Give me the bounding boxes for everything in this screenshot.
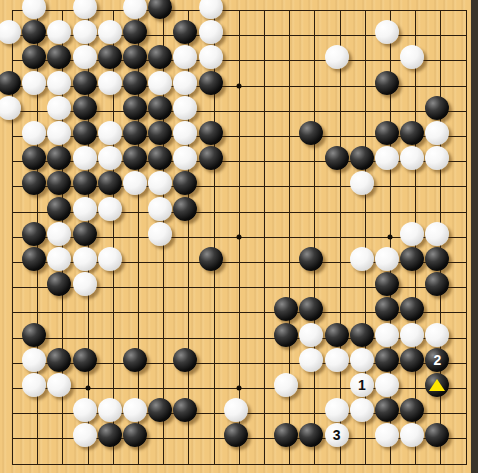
stone-white[interactable] bbox=[375, 146, 399, 170]
stone-white[interactable] bbox=[123, 0, 147, 19]
grid-line-horizontal bbox=[12, 464, 467, 465]
stone-white[interactable] bbox=[0, 96, 21, 120]
stone-white[interactable] bbox=[173, 96, 197, 120]
stone-white[interactable] bbox=[400, 323, 424, 347]
stone-white[interactable] bbox=[148, 71, 172, 95]
stone-white[interactable] bbox=[98, 398, 122, 422]
stone-white[interactable] bbox=[375, 323, 399, 347]
stone-white[interactable] bbox=[98, 71, 122, 95]
stone-white[interactable] bbox=[299, 323, 323, 347]
board-right-border bbox=[471, 0, 478, 473]
stone-black[interactable] bbox=[22, 45, 46, 69]
stone-white[interactable] bbox=[0, 20, 21, 44]
move-number-label: 1 bbox=[358, 378, 366, 392]
stone-white[interactable] bbox=[73, 20, 97, 44]
stone-black[interactable] bbox=[274, 423, 298, 447]
stone-black[interactable] bbox=[375, 71, 399, 95]
stone-white[interactable] bbox=[274, 373, 298, 397]
stone-black[interactable] bbox=[375, 348, 399, 372]
stone-black[interactable] bbox=[325, 323, 349, 347]
stone-black[interactable] bbox=[148, 146, 172, 170]
stone-white[interactable] bbox=[299, 348, 323, 372]
move-number-label: 3 bbox=[333, 428, 341, 442]
stone-black[interactable] bbox=[425, 247, 449, 271]
grid-line-vertical bbox=[314, 10, 315, 465]
stone-white[interactable] bbox=[375, 373, 399, 397]
stone-white[interactable] bbox=[400, 222, 424, 246]
stone-white[interactable] bbox=[98, 146, 122, 170]
stone-white[interactable] bbox=[350, 398, 374, 422]
stone-black[interactable] bbox=[400, 121, 424, 145]
stone-black[interactable] bbox=[173, 398, 197, 422]
stone-black[interactable] bbox=[148, 121, 172, 145]
stone-black[interactable] bbox=[173, 171, 197, 195]
stone-black[interactable] bbox=[274, 323, 298, 347]
stone-black[interactable] bbox=[425, 96, 449, 120]
stone-black[interactable] bbox=[123, 348, 147, 372]
stone-white[interactable] bbox=[73, 197, 97, 221]
stone-white[interactable] bbox=[73, 272, 97, 296]
stone-white[interactable] bbox=[199, 20, 223, 44]
stone-black[interactable] bbox=[299, 247, 323, 271]
stone-white[interactable] bbox=[148, 222, 172, 246]
stone-black[interactable] bbox=[425, 373, 449, 397]
stone-black[interactable] bbox=[400, 348, 424, 372]
stone-black[interactable] bbox=[425, 423, 449, 447]
stone-black[interactable] bbox=[0, 71, 21, 95]
stone-white[interactable] bbox=[73, 247, 97, 271]
stone-black[interactable] bbox=[47, 171, 71, 195]
stone-black[interactable] bbox=[73, 171, 97, 195]
grid-line-vertical bbox=[264, 10, 265, 465]
stone-black[interactable] bbox=[22, 146, 46, 170]
stone-white[interactable] bbox=[325, 398, 349, 422]
stone-white[interactable] bbox=[73, 423, 97, 447]
stone-black[interactable] bbox=[123, 71, 147, 95]
stone-black[interactable] bbox=[274, 297, 298, 321]
grid-line-vertical bbox=[340, 10, 341, 465]
stone-black[interactable] bbox=[47, 45, 71, 69]
stone-black[interactable] bbox=[73, 96, 97, 120]
star-point bbox=[236, 386, 241, 391]
stone-black[interactable] bbox=[299, 297, 323, 321]
stone-black[interactable] bbox=[173, 20, 197, 44]
stone-white[interactable] bbox=[350, 247, 374, 271]
stone-black[interactable] bbox=[350, 146, 374, 170]
stone-white[interactable] bbox=[47, 96, 71, 120]
stone-black[interactable] bbox=[47, 348, 71, 372]
stone-white[interactable] bbox=[47, 247, 71, 271]
stone-white[interactable] bbox=[47, 121, 71, 145]
stone-black[interactable] bbox=[400, 297, 424, 321]
stone-white[interactable] bbox=[173, 45, 197, 69]
stone-white[interactable] bbox=[400, 423, 424, 447]
stone-black[interactable] bbox=[148, 0, 172, 19]
stone-black[interactable] bbox=[123, 146, 147, 170]
stone-white[interactable] bbox=[425, 323, 449, 347]
stone-black[interactable] bbox=[173, 348, 197, 372]
stone-black[interactable] bbox=[123, 20, 147, 44]
stone-white[interactable] bbox=[47, 222, 71, 246]
stone-white[interactable] bbox=[22, 121, 46, 145]
stone-black[interactable] bbox=[73, 222, 97, 246]
stone-black[interactable] bbox=[375, 297, 399, 321]
stone-black[interactable] bbox=[47, 146, 71, 170]
stone-white[interactable] bbox=[73, 0, 97, 19]
stone-black[interactable] bbox=[98, 423, 122, 447]
stone-black[interactable] bbox=[199, 71, 223, 95]
stone-black[interactable] bbox=[123, 423, 147, 447]
stone-black[interactable] bbox=[98, 45, 122, 69]
stone-black[interactable] bbox=[425, 272, 449, 296]
grid-line-vertical bbox=[466, 10, 467, 465]
stone-white[interactable]: 3 bbox=[325, 423, 349, 447]
move-number-label: 2 bbox=[433, 353, 441, 367]
stone-white[interactable] bbox=[350, 348, 374, 372]
stone-white[interactable] bbox=[47, 71, 71, 95]
stone-black[interactable] bbox=[123, 121, 147, 145]
stone-black[interactable] bbox=[22, 20, 46, 44]
stone-black[interactable] bbox=[22, 323, 46, 347]
star-point bbox=[236, 83, 241, 88]
stone-black[interactable] bbox=[400, 247, 424, 271]
star-point bbox=[236, 234, 241, 239]
stone-white[interactable] bbox=[73, 146, 97, 170]
stone-black[interactable] bbox=[73, 121, 97, 145]
stone-white[interactable] bbox=[375, 247, 399, 271]
stone-white[interactable] bbox=[325, 348, 349, 372]
stone-white[interactable] bbox=[148, 197, 172, 221]
stone-white[interactable] bbox=[73, 45, 97, 69]
stone-black[interactable] bbox=[22, 222, 46, 246]
stone-black[interactable] bbox=[299, 423, 323, 447]
stone-white[interactable] bbox=[123, 398, 147, 422]
stone-white[interactable] bbox=[98, 197, 122, 221]
stone-black[interactable] bbox=[400, 398, 424, 422]
stone-white[interactable] bbox=[22, 373, 46, 397]
stone-white[interactable] bbox=[173, 146, 197, 170]
stone-white[interactable] bbox=[98, 247, 122, 271]
screenshot: 213 bbox=[0, 0, 478, 473]
stone-black[interactable] bbox=[199, 146, 223, 170]
stone-white[interactable] bbox=[199, 0, 223, 19]
stone-black[interactable] bbox=[375, 272, 399, 296]
go-board[interactable]: 213 bbox=[0, 0, 478, 473]
stone-black[interactable] bbox=[375, 398, 399, 422]
stone-white[interactable] bbox=[22, 0, 46, 19]
stone-black[interactable] bbox=[199, 121, 223, 145]
stone-white[interactable] bbox=[400, 45, 424, 69]
stone-black[interactable] bbox=[73, 348, 97, 372]
stone-black[interactable] bbox=[148, 45, 172, 69]
stone-black[interactable] bbox=[47, 197, 71, 221]
stone-white[interactable] bbox=[425, 121, 449, 145]
stone-black[interactable] bbox=[123, 96, 147, 120]
stone-white[interactable] bbox=[173, 121, 197, 145]
stone-black[interactable] bbox=[375, 121, 399, 145]
stone-white[interactable]: 1 bbox=[350, 373, 374, 397]
stone-black[interactable] bbox=[22, 247, 46, 271]
stone-white[interactable] bbox=[47, 373, 71, 397]
stone-white[interactable] bbox=[425, 146, 449, 170]
stone-white[interactable] bbox=[47, 20, 71, 44]
stone-white[interactable] bbox=[375, 423, 399, 447]
stone-black[interactable] bbox=[73, 71, 97, 95]
stone-white[interactable] bbox=[400, 146, 424, 170]
stone-white[interactable] bbox=[98, 121, 122, 145]
stone-white[interactable] bbox=[425, 222, 449, 246]
stone-white[interactable] bbox=[98, 20, 122, 44]
stone-white[interactable] bbox=[325, 45, 349, 69]
stone-black[interactable] bbox=[199, 247, 223, 271]
stone-white[interactable] bbox=[224, 398, 248, 422]
stone-black[interactable] bbox=[299, 121, 323, 145]
stone-black[interactable] bbox=[224, 423, 248, 447]
stone-white[interactable] bbox=[350, 171, 374, 195]
stone-white[interactable] bbox=[22, 71, 46, 95]
stone-black[interactable] bbox=[123, 45, 147, 69]
stone-white[interactable] bbox=[148, 171, 172, 195]
stone-white[interactable] bbox=[123, 171, 147, 195]
stone-white[interactable] bbox=[199, 45, 223, 69]
stone-black[interactable] bbox=[350, 323, 374, 347]
stone-white[interactable] bbox=[73, 398, 97, 422]
star-point bbox=[388, 234, 393, 239]
stone-white[interactable] bbox=[22, 348, 46, 372]
stone-black[interactable] bbox=[148, 398, 172, 422]
stone-white[interactable] bbox=[173, 71, 197, 95]
stone-black[interactable] bbox=[98, 171, 122, 195]
stone-black[interactable] bbox=[22, 171, 46, 195]
stone-black[interactable]: 2 bbox=[425, 348, 449, 372]
star-point bbox=[85, 386, 90, 391]
stone-black[interactable] bbox=[148, 96, 172, 120]
stone-white[interactable] bbox=[375, 20, 399, 44]
stone-black[interactable] bbox=[325, 146, 349, 170]
triangle-marker-icon bbox=[429, 379, 445, 391]
stone-black[interactable] bbox=[173, 197, 197, 221]
stone-black[interactable] bbox=[47, 272, 71, 296]
